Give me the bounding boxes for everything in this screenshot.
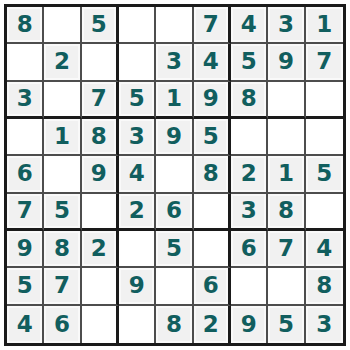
cell-r5c8: 1 [268,156,305,193]
cell-r3c8[interactable] [268,82,305,119]
cell-r3c7: 8 [231,82,268,119]
cell-r6c5: 6 [156,194,193,231]
cell-r3c6: 9 [194,82,231,119]
cell-r2c2: 2 [44,44,81,81]
cell-r1c6: 7 [194,7,231,44]
cell-r2c1[interactable] [7,44,44,81]
cell-r9c3[interactable] [82,306,119,343]
cell-r2c6: 4 [194,44,231,81]
cell-r1c2[interactable] [44,7,81,44]
cell-r7c8: 7 [268,231,305,268]
cell-r3c5: 1 [156,82,193,119]
cell-r8c4: 9 [119,268,156,305]
cell-r5c1: 6 [7,156,44,193]
cell-r4c1[interactable] [7,119,44,156]
cell-r4c2: 1 [44,119,81,156]
cell-r4c3: 8 [82,119,119,156]
cell-r7c7: 6 [231,231,268,268]
cell-r2c8: 9 [268,44,305,81]
cell-r9c8: 5 [268,306,305,343]
cell-r7c9: 4 [306,231,343,268]
cell-r9c7: 9 [231,306,268,343]
cell-r8c2: 7 [44,268,81,305]
cell-r9c6: 2 [194,306,231,343]
cell-r6c9[interactable] [306,194,343,231]
cell-r6c1: 7 [7,194,44,231]
cell-r1c7: 4 [231,7,268,44]
cell-r5c7: 2 [231,156,268,193]
cell-r8c3[interactable] [82,268,119,305]
cell-r1c5[interactable] [156,7,193,44]
cell-r2c5: 3 [156,44,193,81]
cell-r6c8: 8 [268,194,305,231]
cell-r8c7[interactable] [231,268,268,305]
cell-r3c2[interactable] [44,82,81,119]
cell-r9c1: 4 [7,306,44,343]
cell-r7c2: 8 [44,231,81,268]
cell-r8c1: 5 [7,268,44,305]
cell-r1c9: 1 [306,7,343,44]
cell-r5c9: 5 [306,156,343,193]
cell-r8c9: 8 [306,268,343,305]
cell-r6c2: 5 [44,194,81,231]
cell-r8c5[interactable] [156,268,193,305]
sudoku-board: 8574312345973751981839569482157526389825… [4,4,346,346]
cell-r2c9: 7 [306,44,343,81]
cell-r6c7: 3 [231,194,268,231]
cell-r4c8[interactable] [268,119,305,156]
cell-r8c8[interactable] [268,268,305,305]
cell-r1c1: 8 [7,7,44,44]
cell-r8c6: 6 [194,268,231,305]
cell-r4c7[interactable] [231,119,268,156]
cell-r7c5: 5 [156,231,193,268]
cell-r2c4[interactable] [119,44,156,81]
cell-r7c1: 9 [7,231,44,268]
cell-r7c6[interactable] [194,231,231,268]
cell-r4c5: 9 [156,119,193,156]
cell-r7c4[interactable] [119,231,156,268]
cell-r5c3: 9 [82,156,119,193]
cell-r6c6[interactable] [194,194,231,231]
cell-r2c7: 5 [231,44,268,81]
cell-r9c2: 6 [44,306,81,343]
cell-r9c4[interactable] [119,306,156,343]
cell-r5c5[interactable] [156,156,193,193]
cell-r4c6: 5 [194,119,231,156]
cell-r1c3: 5 [82,7,119,44]
cell-r5c4: 4 [119,156,156,193]
cell-r2c3[interactable] [82,44,119,81]
cell-r5c2[interactable] [44,156,81,193]
cell-r9c9: 3 [306,306,343,343]
cell-r3c9[interactable] [306,82,343,119]
cell-r5c6: 8 [194,156,231,193]
cell-r9c5: 8 [156,306,193,343]
cell-r4c4: 3 [119,119,156,156]
cell-r6c4: 2 [119,194,156,231]
cell-r1c4[interactable] [119,7,156,44]
cell-r6c3[interactable] [82,194,119,231]
cell-r4c9[interactable] [306,119,343,156]
cell-r3c4: 5 [119,82,156,119]
page: { "game": "sudoku", "grid_size": "9x9", … [0,0,350,350]
cell-r7c3: 2 [82,231,119,268]
cell-r1c8: 3 [268,7,305,44]
cell-r3c3: 7 [82,82,119,119]
cell-r3c1: 3 [7,82,44,119]
